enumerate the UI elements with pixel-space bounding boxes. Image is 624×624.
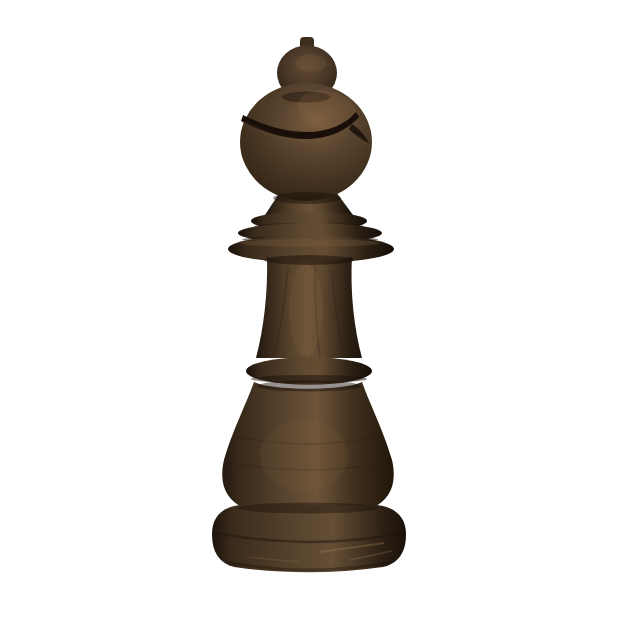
collar-flange-highlight [240,239,380,247]
column-top-shadow [264,255,354,265]
column-sheen [289,264,323,356]
chess-bishop-photo: Dark brown turned-wood chess bishop figu… [0,0,624,624]
finial-knob-sheen [295,54,327,72]
chess-bishop-figure [0,0,624,624]
bishop-head [240,83,372,204]
photo-background: Dark brown turned-wood chess bishop figu… [0,0,624,624]
bishop-bell-base [222,381,394,508]
under-head-shadow [273,192,341,204]
bell-sheen [260,419,348,491]
bell-top-shadow [257,381,361,392]
bishop-plinth [212,503,406,573]
bishop-column [246,255,372,385]
plinth-body [212,505,406,572]
plinth-contact-shadow [238,503,378,514]
